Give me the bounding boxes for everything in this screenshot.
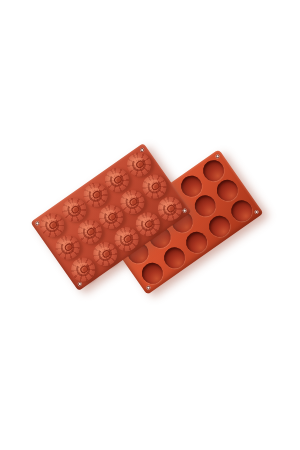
product-photo-canvas <box>0 0 300 450</box>
